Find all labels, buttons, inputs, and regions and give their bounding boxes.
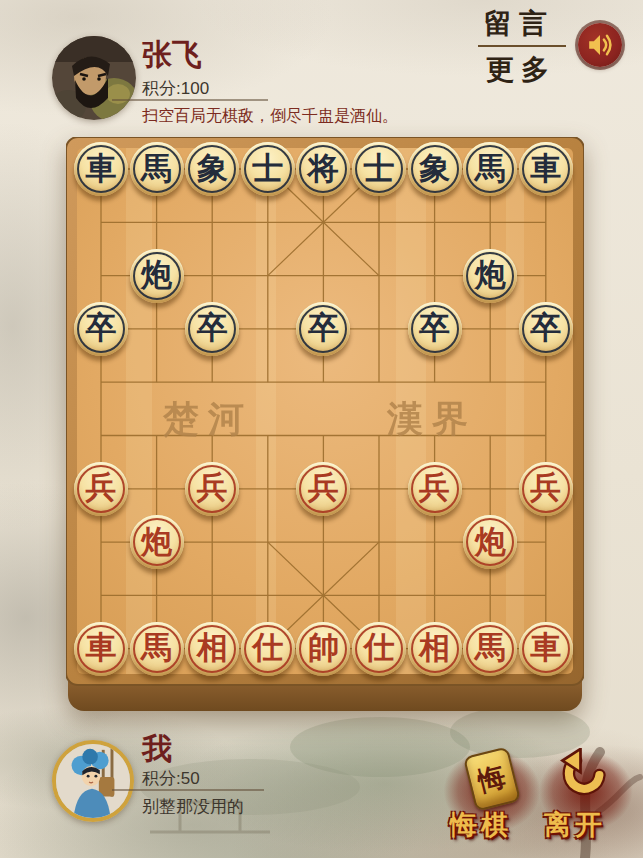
piece-glyph: 兵 bbox=[419, 472, 450, 503]
piece-glyph: 象 bbox=[197, 153, 228, 184]
piece-black-elephant[interactable]: 象 bbox=[408, 142, 462, 196]
piece-glyph: 卒 bbox=[197, 312, 228, 343]
piece-red-chariot[interactable]: 車 bbox=[74, 622, 128, 676]
piece-glyph: 卒 bbox=[308, 312, 339, 343]
piece-black-soldier[interactable]: 卒 bbox=[185, 302, 239, 356]
piece-glyph: 炮 bbox=[141, 526, 172, 557]
piece-glyph: 将 bbox=[308, 153, 339, 184]
piece-black-soldier[interactable]: 卒 bbox=[408, 302, 462, 356]
piece-black-cannon[interactable]: 炮 bbox=[130, 249, 184, 303]
piece-red-cannon[interactable]: 炮 bbox=[463, 515, 517, 569]
piece-red-elephant[interactable]: 相 bbox=[185, 622, 239, 676]
piece-glyph: 卒 bbox=[86, 312, 117, 343]
piece-glyph: 車 bbox=[86, 632, 117, 663]
piece-glyph: 炮 bbox=[475, 259, 506, 290]
undo-tile-icon: 悔 bbox=[463, 746, 521, 811]
piece-red-horse[interactable]: 馬 bbox=[463, 622, 517, 676]
piece-red-advisor[interactable]: 仕 bbox=[352, 622, 406, 676]
undo-button-label: 悔棋 bbox=[450, 812, 512, 839]
piece-glyph: 馬 bbox=[475, 632, 506, 663]
piece-glyph: 馬 bbox=[141, 632, 172, 663]
piece-glyph: 象 bbox=[419, 153, 450, 184]
piece-black-general[interactable]: 将 bbox=[296, 142, 350, 196]
piece-layer: 車馬象士将士象馬車炮炮卒卒卒卒卒兵兵兵兵兵炮炮車馬相仕帥仕相馬車 bbox=[0, 0, 643, 858]
piece-glyph: 炮 bbox=[141, 259, 172, 290]
self-card-divider bbox=[112, 789, 264, 791]
piece-red-chariot[interactable]: 車 bbox=[519, 622, 573, 676]
piece-glyph: 車 bbox=[530, 632, 561, 663]
piece-glyph: 士 bbox=[364, 153, 395, 184]
piece-red-soldier[interactable]: 兵 bbox=[408, 462, 462, 516]
piece-red-soldier[interactable]: 兵 bbox=[296, 462, 350, 516]
leave-button-label: 离开 bbox=[544, 812, 606, 839]
piece-glyph: 帥 bbox=[308, 632, 339, 663]
piece-black-horse[interactable]: 馬 bbox=[463, 142, 517, 196]
piece-black-elephant[interactable]: 象 bbox=[185, 142, 239, 196]
piece-black-chariot[interactable]: 車 bbox=[519, 142, 573, 196]
piece-glyph: 炮 bbox=[475, 526, 506, 557]
piece-red-elephant[interactable]: 相 bbox=[408, 622, 462, 676]
piece-red-horse[interactable]: 馬 bbox=[130, 622, 184, 676]
piece-red-general[interactable]: 帥 bbox=[296, 622, 350, 676]
piece-glyph: 卒 bbox=[419, 312, 450, 343]
piece-red-cannon[interactable]: 炮 bbox=[130, 515, 184, 569]
self-avatar bbox=[52, 740, 134, 822]
piece-glyph: 仕 bbox=[364, 632, 395, 663]
piece-glyph: 兵 bbox=[308, 472, 339, 503]
leave-button[interactable]: 离开 bbox=[528, 740, 643, 846]
piece-red-advisor[interactable]: 仕 bbox=[241, 622, 295, 676]
piece-glyph: 兵 bbox=[530, 472, 561, 503]
piece-black-soldier[interactable]: 卒 bbox=[296, 302, 350, 356]
piece-black-horse[interactable]: 馬 bbox=[130, 142, 184, 196]
piece-black-advisor[interactable]: 士 bbox=[241, 142, 295, 196]
piece-glyph: 車 bbox=[530, 153, 561, 184]
piece-glyph: 車 bbox=[86, 153, 117, 184]
piece-black-soldier[interactable]: 卒 bbox=[74, 302, 128, 356]
self-score: 积分:50 bbox=[142, 770, 200, 787]
game-screen: 张飞 积分:100 扫空百局无棋敌，倒尽千盅是酒仙。 留言 更多 bbox=[0, 0, 643, 858]
piece-glyph: 卒 bbox=[530, 312, 561, 343]
self-motto: 别整那没用的 bbox=[142, 797, 244, 817]
piece-black-cannon[interactable]: 炮 bbox=[463, 249, 517, 303]
self-name: 我 bbox=[142, 734, 172, 764]
piece-glyph: 馬 bbox=[141, 153, 172, 184]
piece-glyph: 馬 bbox=[475, 153, 506, 184]
piece-glyph: 兵 bbox=[197, 472, 228, 503]
piece-black-soldier[interactable]: 卒 bbox=[519, 302, 573, 356]
piece-black-chariot[interactable]: 車 bbox=[74, 142, 128, 196]
piece-red-soldier[interactable]: 兵 bbox=[519, 462, 573, 516]
piece-black-advisor[interactable]: 士 bbox=[352, 142, 406, 196]
piece-glyph: 相 bbox=[197, 632, 228, 663]
return-arrow-icon bbox=[558, 748, 612, 802]
piece-glyph: 相 bbox=[419, 632, 450, 663]
piece-glyph: 兵 bbox=[86, 472, 117, 503]
piece-glyph: 士 bbox=[252, 153, 283, 184]
piece-red-soldier[interactable]: 兵 bbox=[185, 462, 239, 516]
piece-red-soldier[interactable]: 兵 bbox=[74, 462, 128, 516]
piece-glyph: 仕 bbox=[252, 632, 283, 663]
